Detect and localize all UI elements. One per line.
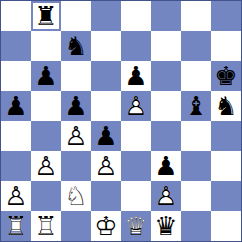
square-d3[interactable]: ♟♙ [91, 151, 121, 181]
black-pawn[interactable]: ♟ [31, 61, 61, 91]
square-a4[interactable] [1, 121, 31, 151]
square-d5[interactable] [91, 91, 121, 121]
chess-board: ♜♞♟♟♚♟♟♟♙♝♞♟♙♟♟♙♟♙♟♟♙♞♘♟♙♜♖♜♖♚♔♛♕♛ [0, 0, 242, 242]
square-d6[interactable] [91, 61, 121, 91]
square-d1[interactable]: ♚♔ [91, 211, 121, 241]
square-c7[interactable]: ♞ [61, 31, 91, 61]
black-rook[interactable]: ♜ [31, 1, 61, 31]
square-f7[interactable] [151, 31, 181, 61]
square-g4[interactable] [181, 121, 211, 151]
square-b5[interactable] [31, 91, 61, 121]
square-f4[interactable] [151, 121, 181, 151]
square-b8[interactable]: ♜ [31, 1, 61, 31]
square-a8[interactable] [1, 1, 31, 31]
white-rook[interactable]: ♖ [1, 211, 31, 241]
black-bishop[interactable]: ♝ [181, 91, 211, 121]
square-c3[interactable] [61, 151, 91, 181]
square-b6[interactable]: ♟ [31, 61, 61, 91]
square-f1[interactable]: ♛ [151, 211, 181, 241]
white-pawn[interactable]: ♙ [1, 181, 31, 211]
square-a2[interactable]: ♟♙ [1, 181, 31, 211]
black-king[interactable]: ♚ [211, 61, 241, 91]
black-pawn[interactable]: ♟ [151, 151, 181, 181]
white-knight[interactable]: ♘ [61, 181, 91, 211]
black-pawn[interactable]: ♟ [61, 91, 91, 121]
square-e3[interactable] [121, 151, 151, 181]
square-e1[interactable]: ♛♕ [121, 211, 151, 241]
square-d8[interactable] [91, 1, 121, 31]
square-a5[interactable]: ♟ [1, 91, 31, 121]
square-d7[interactable] [91, 31, 121, 61]
square-h3[interactable] [211, 151, 241, 181]
square-g5[interactable]: ♝ [181, 91, 211, 121]
square-f3[interactable]: ♟ [151, 151, 181, 181]
square-f6[interactable] [151, 61, 181, 91]
square-e8[interactable] [121, 1, 151, 31]
square-c8[interactable] [61, 1, 91, 31]
square-e2[interactable] [121, 181, 151, 211]
square-g2[interactable] [181, 181, 211, 211]
square-f5[interactable] [151, 91, 181, 121]
square-b3[interactable]: ♟♙ [31, 151, 61, 181]
square-g1[interactable] [181, 211, 211, 241]
square-g8[interactable] [181, 1, 211, 31]
black-queen[interactable]: ♛ [151, 211, 181, 241]
square-c4[interactable]: ♟♙ [61, 121, 91, 151]
black-knight[interactable]: ♞ [61, 31, 91, 61]
square-b1[interactable]: ♜♖ [31, 211, 61, 241]
white-king[interactable]: ♔ [91, 211, 121, 241]
square-f8[interactable] [151, 1, 181, 31]
black-pawn[interactable]: ♟ [91, 121, 121, 151]
square-a7[interactable] [1, 31, 31, 61]
square-e4[interactable] [121, 121, 151, 151]
square-h6[interactable]: ♚ [211, 61, 241, 91]
square-h4[interactable] [211, 121, 241, 151]
white-pawn[interactable]: ♙ [31, 151, 61, 181]
square-c1[interactable] [61, 211, 91, 241]
square-b7[interactable] [31, 31, 61, 61]
white-pawn[interactable]: ♙ [61, 121, 91, 151]
square-e7[interactable] [121, 31, 151, 61]
square-a3[interactable] [1, 151, 31, 181]
square-g3[interactable] [181, 151, 211, 181]
square-d2[interactable] [91, 181, 121, 211]
square-a1[interactable]: ♜♖ [1, 211, 31, 241]
square-e6[interactable]: ♟ [121, 61, 151, 91]
white-pawn[interactable]: ♙ [91, 151, 121, 181]
square-b4[interactable] [31, 121, 61, 151]
square-e5[interactable]: ♟♙ [121, 91, 151, 121]
square-c6[interactable] [61, 61, 91, 91]
square-a6[interactable] [1, 61, 31, 91]
white-pawn[interactable]: ♙ [121, 91, 151, 121]
square-f2[interactable]: ♟♙ [151, 181, 181, 211]
square-d4[interactable]: ♟ [91, 121, 121, 151]
black-pawn[interactable]: ♟ [121, 61, 151, 91]
square-h2[interactable] [211, 181, 241, 211]
square-c5[interactable]: ♟ [61, 91, 91, 121]
square-c2[interactable]: ♞♘ [61, 181, 91, 211]
square-h8[interactable] [211, 1, 241, 31]
white-rook[interactable]: ♖ [31, 211, 61, 241]
black-pawn[interactable]: ♟ [1, 91, 31, 121]
square-h7[interactable] [211, 31, 241, 61]
square-h5[interactable]: ♞ [211, 91, 241, 121]
square-b2[interactable] [31, 181, 61, 211]
black-knight[interactable]: ♞ [211, 91, 241, 121]
square-h1[interactable] [211, 211, 241, 241]
white-queen[interactable]: ♕ [121, 211, 151, 241]
square-g6[interactable] [181, 61, 211, 91]
white-pawn[interactable]: ♙ [151, 181, 181, 211]
square-g7[interactable] [181, 31, 211, 61]
